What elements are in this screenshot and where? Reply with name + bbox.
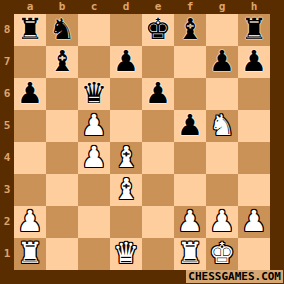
white-rook-f1: ♜ [174,238,206,270]
square-d2 [110,206,142,238]
square-f7 [174,46,206,78]
square-h1 [238,238,270,270]
white-king-g1: ♚ [206,238,238,270]
square-b6 [46,78,78,110]
white-knight-g5: ♞ [206,110,238,142]
square-f4 [174,142,206,174]
white-pawn-c4: ♟ [78,142,110,174]
black-rook-a8: ♜ [14,14,46,46]
square-b4 [46,142,78,174]
square-h5 [238,110,270,142]
chess-board: ♜♞♚♝♜♝♟♟♟♟♛♟♟♟♞♟♝♝♟♟♟♟♜♛♜♚ [14,14,270,270]
file-label-c: c [78,0,110,14]
black-pawn-a6: ♟ [14,78,46,110]
white-pawn-f2: ♟ [174,206,206,238]
square-c3 [78,174,110,206]
square-a4 [14,142,46,174]
white-queen-d1: ♛ [110,238,142,270]
square-g3 [206,174,238,206]
square-d3: ♝ [110,174,142,206]
square-f3 [174,174,206,206]
square-d8 [110,14,142,46]
square-a3 [14,174,46,206]
square-g8 [206,14,238,46]
rank-label-2: 2 [0,206,14,238]
square-h3 [238,174,270,206]
rank-labels: 87654321 [0,14,14,270]
white-pawn-a2: ♟ [14,206,46,238]
black-rook-h8: ♜ [238,14,270,46]
rank-label-8: 8 [0,14,14,46]
black-pawn-f5: ♟ [174,110,206,142]
square-e8: ♚ [142,14,174,46]
square-c7 [78,46,110,78]
square-g4 [206,142,238,174]
black-bishop-f8: ♝ [174,14,206,46]
square-b3 [46,174,78,206]
board-frame: abcdefgh 87654321 ♜♞♚♝♜♝♟♟♟♟♛♟♟♟♞♟♝♝♟♟♟♟… [0,0,284,284]
file-label-g: g [206,0,238,14]
black-pawn-g7: ♟ [206,46,238,78]
square-c6: ♛ [78,78,110,110]
rank-label-6: 6 [0,78,14,110]
square-g5: ♞ [206,110,238,142]
square-e2 [142,206,174,238]
square-b2 [46,206,78,238]
square-c1 [78,238,110,270]
square-h7: ♟ [238,46,270,78]
square-f2: ♟ [174,206,206,238]
white-pawn-c5: ♟ [78,110,110,142]
square-f6 [174,78,206,110]
square-c2 [78,206,110,238]
black-queen-c6: ♛ [78,78,110,110]
square-f1: ♜ [174,238,206,270]
square-e6: ♟ [142,78,174,110]
square-a5 [14,110,46,142]
rank-label-3: 3 [0,174,14,206]
square-g2: ♟ [206,206,238,238]
black-pawn-h7: ♟ [238,46,270,78]
white-bishop-d3: ♝ [110,174,142,206]
square-d1: ♛ [110,238,142,270]
white-pawn-g2: ♟ [206,206,238,238]
square-a8: ♜ [14,14,46,46]
white-pawn-h2: ♟ [238,206,270,238]
black-pawn-d7: ♟ [110,46,142,78]
square-g6 [206,78,238,110]
square-d7: ♟ [110,46,142,78]
white-rook-a1: ♜ [14,238,46,270]
watermark: CHESSGAMES.COM [186,270,283,283]
rank-label-7: 7 [0,46,14,78]
square-e5 [142,110,174,142]
square-c8 [78,14,110,46]
square-h6 [238,78,270,110]
square-e7 [142,46,174,78]
square-h2: ♟ [238,206,270,238]
square-g1: ♚ [206,238,238,270]
black-pawn-e6: ♟ [142,78,174,110]
black-bishop-b7: ♝ [46,46,78,78]
square-a2: ♟ [14,206,46,238]
rank-label-1: 1 [0,238,14,270]
square-a1: ♜ [14,238,46,270]
square-d6 [110,78,142,110]
square-b1 [46,238,78,270]
black-knight-b8: ♞ [46,14,78,46]
square-c4: ♟ [78,142,110,174]
rank-label-5: 5 [0,110,14,142]
square-c5: ♟ [78,110,110,142]
square-h4 [238,142,270,174]
square-f5: ♟ [174,110,206,142]
square-b7: ♝ [46,46,78,78]
rank-label-4: 4 [0,142,14,174]
square-b5 [46,110,78,142]
white-bishop-d4: ♝ [110,142,142,174]
square-b8: ♞ [46,14,78,46]
square-e4 [142,142,174,174]
square-g7: ♟ [206,46,238,78]
square-a6: ♟ [14,78,46,110]
square-e1 [142,238,174,270]
square-f8: ♝ [174,14,206,46]
square-a7 [14,46,46,78]
square-h8: ♜ [238,14,270,46]
square-d5 [110,110,142,142]
file-label-d: d [110,0,142,14]
square-d4: ♝ [110,142,142,174]
black-king-e8: ♚ [142,14,174,46]
square-e3 [142,174,174,206]
